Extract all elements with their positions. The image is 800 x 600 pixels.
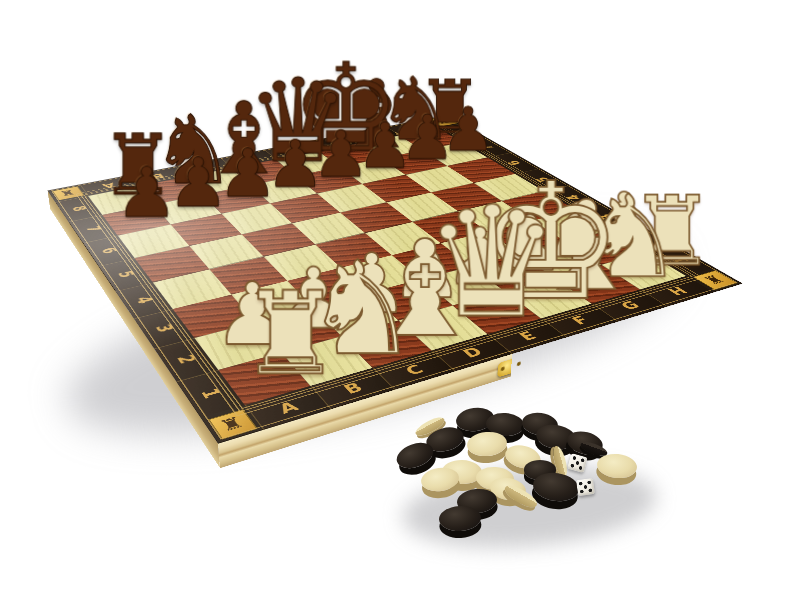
die-2[interactable] xyxy=(576,478,595,496)
checkers-pile xyxy=(0,0,800,600)
checker-cream[interactable] xyxy=(466,430,508,457)
checker-black[interactable] xyxy=(438,505,481,532)
checker-black[interactable] xyxy=(531,470,580,504)
checker-cream[interactable] xyxy=(596,452,638,480)
photo-scene: ♜ABCDEFGH♜8♜♞♝♛♚♝♞♜87♟♟♟♟♟♟♟♟7665544332♟… xyxy=(0,0,800,600)
die-1[interactable] xyxy=(567,453,588,473)
